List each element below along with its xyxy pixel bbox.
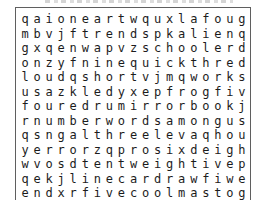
grid-cell-r7c12[interactable]: r [152, 99, 164, 114]
grid-cell-r7c10[interactable]: i [127, 99, 139, 114]
grid-cell-r9c2[interactable]: s [31, 128, 43, 143]
grid-cell-r11c1[interactable]: w [19, 157, 31, 172]
grid-cell-r9c11[interactable]: e [140, 128, 152, 143]
grid-cell-r8c19[interactable]: s [236, 114, 248, 129]
grid-cell-r8c5[interactable]: b [67, 114, 79, 129]
grid-cell-r8c8[interactable]: w [103, 114, 115, 129]
grid-cell-r6c8[interactable]: d [103, 85, 115, 100]
grid-cell-r11c18[interactable]: e [224, 157, 236, 172]
grid-cell-r1c10[interactable]: w [127, 12, 139, 27]
grid-cell-r11c16[interactable]: i [200, 157, 212, 172]
grid-cell-r7c6[interactable]: d [79, 99, 91, 114]
grid-cell-r5c13[interactable]: m [164, 70, 176, 85]
grid-cell-r3c16[interactable]: l [200, 41, 212, 56]
grid-cell-r12c16[interactable]: f [200, 172, 212, 187]
grid-cell-r9c18[interactable]: o [224, 128, 236, 143]
grid-cell-r10c19[interactable]: h [236, 143, 248, 158]
grid-cell-r13c6[interactable]: f [79, 186, 91, 200]
grid-cell-r11c9[interactable]: t [115, 157, 127, 172]
grid-cell-r3c9[interactable]: v [115, 41, 127, 56]
grid-cell-r10c14[interactable]: x [176, 143, 188, 158]
grid-cell-r7c19[interactable]: j [236, 99, 248, 114]
grid-cell-r11c12[interactable]: i [152, 157, 164, 172]
grid-cell-r3c17[interactable]: e [212, 41, 224, 56]
grid-cell-r5c9[interactable]: r [115, 70, 127, 85]
grid-cell-r5c3[interactable]: u [43, 70, 55, 85]
grid-cell-r11c17[interactable]: v [212, 157, 224, 172]
grid-cell-r12c10[interactable]: a [127, 172, 139, 187]
grid-cell-r7c14[interactable]: r [176, 99, 188, 114]
grid-cell-r1c17[interactable]: o [212, 12, 224, 27]
grid-cell-r1c8[interactable]: r [103, 12, 115, 27]
grid-cell-r7c18[interactable]: k [224, 99, 236, 114]
grid-cell-r11c14[interactable]: h [176, 157, 188, 172]
grid-cell-r9c6[interactable]: l [79, 128, 91, 143]
grid-cell-r13c4[interactable]: x [55, 186, 67, 200]
grid-cell-r13c5[interactable]: r [67, 186, 79, 200]
grid-cell-r5c2[interactable]: o [31, 70, 43, 85]
grid-cell-r1c4[interactable]: o [55, 12, 67, 27]
grid-cell-r13c7[interactable]: i [91, 186, 103, 200]
grid-cell-r12c19[interactable]: e [236, 172, 248, 187]
grid-cell-r4c15[interactable]: t [188, 56, 200, 71]
grid-cell-r5c7[interactable]: h [91, 70, 103, 85]
grid-cell-r13c16[interactable]: s [200, 186, 212, 200]
grid-cell-r9c5[interactable]: a [67, 128, 79, 143]
grid-cell-r3c6[interactable]: w [79, 41, 91, 56]
grid-cell-r6c17[interactable]: f [212, 85, 224, 100]
grid-cell-r8c2[interactable]: n [31, 114, 43, 129]
grid-cell-r10c18[interactable]: g [224, 143, 236, 158]
grid-cell-r10c3[interactable]: r [43, 143, 55, 158]
grid-cell-r11c7[interactable]: e [91, 157, 103, 172]
grid-cell-r6c3[interactable]: a [43, 85, 55, 100]
grid-cell-r13c11[interactable]: o [140, 186, 152, 200]
grid-cell-r6c19[interactable]: v [236, 85, 248, 100]
grid-cell-r5c6[interactable]: s [79, 70, 91, 85]
grid-cell-r5c11[interactable]: v [140, 70, 152, 85]
grid-cell-r9c19[interactable]: u [236, 128, 248, 143]
grid-cell-r3c12[interactable]: c [152, 41, 164, 56]
grid-cell-r13c3[interactable]: d [43, 186, 55, 200]
grid-cell-r3c19[interactable]: d [236, 41, 248, 56]
grid-cell-r6c6[interactable]: l [79, 85, 91, 100]
grid-cell-r8c1[interactable]: r [19, 114, 31, 129]
grid-cell-r10c7[interactable]: z [91, 143, 103, 158]
grid-cell-r12c5[interactable]: l [67, 172, 79, 187]
grid-cell-r13c2[interactable]: n [31, 186, 43, 200]
grid-cell-r12c1[interactable]: q [19, 172, 31, 187]
grid-cell-r2c18[interactable]: n [224, 27, 236, 42]
grid-cell-r1c13[interactable]: x [164, 12, 176, 27]
grid-cell-r9c9[interactable]: r [115, 128, 127, 143]
grid-cell-r1c1[interactable]: q [19, 12, 31, 27]
grid-cell-r10c16[interactable]: e [200, 143, 212, 158]
grid-cell-r10c12[interactable]: s [152, 143, 164, 158]
grid-cell-r13c14[interactable]: m [176, 186, 188, 200]
grid-cell-r8c17[interactable]: g [212, 114, 224, 129]
grid-cell-r12c4[interactable]: j [55, 172, 67, 187]
grid-cell-r13c12[interactable]: o [152, 186, 164, 200]
grid-cell-r3c4[interactable]: e [55, 41, 67, 56]
grid-cell-r1c9[interactable]: t [115, 12, 127, 27]
grid-cell-r6c13[interactable]: f [164, 85, 176, 100]
grid-cell-r12c15[interactable]: w [188, 172, 200, 187]
grid-cell-r7c16[interactable]: o [200, 99, 212, 114]
grid-cell-r7c3[interactable]: u [43, 99, 55, 114]
grid-cell-r12c17[interactable]: i [212, 172, 224, 187]
grid-cell-r10c6[interactable]: r [79, 143, 91, 158]
grid-cell-r9c12[interactable]: l [152, 128, 164, 143]
grid-cell-r1c14[interactable]: l [176, 12, 188, 27]
grid-cell-r9c16[interactable]: q [200, 128, 212, 143]
grid-cell-r3c7[interactable]: a [91, 41, 103, 56]
grid-cell-r4c1[interactable]: o [19, 56, 31, 71]
grid-cell-r12c7[interactable]: n [91, 172, 103, 187]
grid-cell-r11c10[interactable]: w [127, 157, 139, 172]
letter-grid: qaioneartwquxlafougmbvjftrendspkalienqgx… [16, 8, 250, 200]
grid-cell-r4c4[interactable]: y [55, 56, 67, 71]
grid-cell-r10c15[interactable]: d [188, 143, 200, 158]
grid-cell-r5c10[interactable]: t [127, 70, 139, 85]
grid-cell-r11c5[interactable]: d [67, 157, 79, 172]
grid-cell-r12c18[interactable]: w [224, 172, 236, 187]
grid-cell-r2c8[interactable]: e [103, 27, 115, 42]
grid-cell-r9c3[interactable]: n [43, 128, 55, 143]
grid-cell-r6c16[interactable]: g [200, 85, 212, 100]
grid-cell-r12c12[interactable]: d [152, 172, 164, 187]
cropped-text-strip [45, 0, 233, 3]
grid-cell-r13c13[interactable]: l [164, 186, 176, 200]
grid-cell-r6c4[interactable]: z [55, 85, 67, 100]
grid-cell-r13c18[interactable]: o [224, 186, 236, 200]
grid-cell-r4c7[interactable]: i [91, 56, 103, 71]
grid-cell-r12c13[interactable]: r [164, 172, 176, 187]
grid-cell-r11c19[interactable]: p [236, 157, 248, 172]
grid-cell-r3c8[interactable]: p [103, 41, 115, 56]
grid-cell-r10c1[interactable]: y [19, 143, 31, 158]
grid-cell-r5c5[interactable]: q [67, 70, 79, 85]
grid-cell-r1c7[interactable]: a [91, 12, 103, 27]
grid-cell-r11c15[interactable]: t [188, 157, 200, 172]
grid-cell-r4c6[interactable]: n [79, 56, 91, 71]
grid-cell-r5c15[interactable]: w [188, 70, 200, 85]
grid-cell-r4c9[interactable]: e [115, 56, 127, 71]
grid-cell-r7c5[interactable]: e [67, 99, 79, 114]
grid-cell-r7c7[interactable]: r [91, 99, 103, 114]
grid-cell-r9c13[interactable]: e [164, 128, 176, 143]
grid-cell-r2c13[interactable]: k [164, 27, 176, 42]
grid-cell-r12c14[interactable]: a [176, 172, 188, 187]
grid-cell-r9c14[interactable]: v [176, 128, 188, 143]
grid-cell-r10c10[interactable]: r [127, 143, 139, 158]
grid-cell-r3c11[interactable]: s [140, 41, 152, 56]
grid-cell-r2c3[interactable]: v [43, 27, 55, 42]
grid-cell-r2c7[interactable]: r [91, 27, 103, 42]
grid-cell-r13c10[interactable]: c [127, 186, 139, 200]
grid-cell-r12c6[interactable]: i [79, 172, 91, 187]
grid-cell-r13c15[interactable]: a [188, 186, 200, 200]
grid-cell-r12c11[interactable]: r [140, 172, 152, 187]
grid-cell-r1c11[interactable]: q [140, 12, 152, 27]
grid-cell-r9c1[interactable]: q [19, 128, 31, 143]
grid-cell-r1c19[interactable]: g [236, 12, 248, 27]
grid-cell-r2c1[interactable]: m [19, 27, 31, 42]
grid-cell-r7c1[interactable]: f [19, 99, 31, 114]
grid-cell-r10c11[interactable]: o [140, 143, 152, 158]
grid-cell-r8c12[interactable]: s [152, 114, 164, 129]
grid-cell-r8c4[interactable]: m [55, 114, 67, 129]
grid-cell-r6c14[interactable]: r [176, 85, 188, 100]
grid-cell-r5c14[interactable]: q [176, 70, 188, 85]
grid-cell-r8c11[interactable]: d [140, 114, 152, 129]
grid-cell-r2c11[interactable]: s [140, 27, 152, 42]
grid-cell-r7c9[interactable]: m [115, 99, 127, 114]
grid-cell-r8c6[interactable]: e [79, 114, 91, 129]
grid-cell-r6c5[interactable]: k [67, 85, 79, 100]
word-search-board: qaioneartwquxlafougmbvjftrendspkalienqgx… [15, 7, 251, 200]
grid-cell-r2c17[interactable]: e [212, 27, 224, 42]
grid-cell-r2c10[interactable]: d [127, 27, 139, 42]
grid-cell-r13c17[interactable]: t [212, 186, 224, 200]
grid-cell-r7c13[interactable]: o [164, 99, 176, 114]
grid-cell-r7c17[interactable]: o [212, 99, 224, 114]
grid-cell-r9c15[interactable]: a [188, 128, 200, 143]
grid-cell-r4c18[interactable]: e [224, 56, 236, 71]
grid-cell-r5c1[interactable]: l [19, 70, 31, 85]
grid-cell-r3c1[interactable]: g [19, 41, 31, 56]
grid-cell-r1c15[interactable]: a [188, 12, 200, 27]
grid-cell-r8c13[interactable]: a [164, 114, 176, 129]
grid-cell-r12c3[interactable]: k [43, 172, 55, 187]
grid-cell-r2c14[interactable]: a [176, 27, 188, 42]
grid-cell-r5c17[interactable]: r [212, 70, 224, 85]
grid-cell-r11c2[interactable]: v [31, 157, 43, 172]
grid-cell-r6c10[interactable]: x [127, 85, 139, 100]
grid-cell-r2c2[interactable]: b [31, 27, 43, 42]
grid-cell-r6c12[interactable]: p [152, 85, 164, 100]
grid-cell-r1c5[interactable]: n [67, 12, 79, 27]
grid-cell-r8c18[interactable]: u [224, 114, 236, 129]
grid-cell-r11c3[interactable]: o [43, 157, 55, 172]
grid-cell-r3c10[interactable]: z [127, 41, 139, 56]
grid-cell-r4c14[interactable]: k [176, 56, 188, 71]
grid-cell-r4c3[interactable]: z [43, 56, 55, 71]
grid-cell-r4c12[interactable]: i [152, 56, 164, 71]
grid-cell-r1c12[interactable]: u [152, 12, 164, 27]
grid-cell-r11c13[interactable]: g [164, 157, 176, 172]
grid-cell-r3c3[interactable]: q [43, 41, 55, 56]
grid-cell-r6c18[interactable]: i [224, 85, 236, 100]
grid-cell-r13c8[interactable]: v [103, 186, 115, 200]
grid-cell-r6c1[interactable]: u [19, 85, 31, 100]
grid-cell-r13c9[interactable]: e [115, 186, 127, 200]
grid-cell-r4c17[interactable]: r [212, 56, 224, 71]
grid-cell-r1c3[interactable]: i [43, 12, 55, 27]
grid-cell-r10c2[interactable]: e [31, 143, 43, 158]
grid-cell-r8c3[interactable]: u [43, 114, 55, 129]
grid-cell-r5c19[interactable]: s [236, 70, 248, 85]
grid-cell-r11c4[interactable]: s [55, 157, 67, 172]
grid-cell-r2c16[interactable]: i [200, 27, 212, 42]
grid-cell-r7c8[interactable]: u [103, 99, 115, 114]
grid-cell-r10c5[interactable]: o [67, 143, 79, 158]
grid-cell-r1c2[interactable]: a [31, 12, 43, 27]
grid-cell-r4c8[interactable]: n [103, 56, 115, 71]
grid-cell-r9c10[interactable]: e [127, 128, 139, 143]
grid-cell-r2c19[interactable]: q [236, 27, 248, 42]
grid-cell-r8c7[interactable]: r [91, 114, 103, 129]
grid-cell-r12c2[interactable]: e [31, 172, 43, 187]
grid-cell-r10c9[interactable]: p [115, 143, 127, 158]
grid-cell-r5c12[interactable]: j [152, 70, 164, 85]
grid-cell-r1c6[interactable]: e [79, 12, 91, 27]
grid-cell-r9c7[interactable]: t [91, 128, 103, 143]
grid-cell-r3c2[interactable]: x [31, 41, 43, 56]
grid-cell-r5c16[interactable]: o [200, 70, 212, 85]
grid-cell-r11c11[interactable]: e [140, 157, 152, 172]
grid-cell-r2c5[interactable]: f [67, 27, 79, 42]
grid-cell-r2c4[interactable]: j [55, 27, 67, 42]
grid-cell-r10c17[interactable]: i [212, 143, 224, 158]
grid-cell-r2c15[interactable]: l [188, 27, 200, 42]
grid-cell-r2c9[interactable]: n [115, 27, 127, 42]
grid-cell-r7c15[interactable]: b [188, 99, 200, 114]
grid-cell-r12c9[interactable]: c [115, 172, 127, 187]
grid-cell-r1c18[interactable]: u [224, 12, 236, 27]
grid-cell-r8c14[interactable]: m [176, 114, 188, 129]
grid-cell-r3c18[interactable]: r [224, 41, 236, 56]
grid-cell-r11c6[interactable]: t [79, 157, 91, 172]
grid-cell-r9c17[interactable]: h [212, 128, 224, 143]
grid-cell-r4c16[interactable]: h [200, 56, 212, 71]
grid-cell-r6c2[interactable]: s [31, 85, 43, 100]
grid-cell-r6c7[interactable]: e [91, 85, 103, 100]
grid-cell-r9c8[interactable]: h [103, 128, 115, 143]
grid-cell-r4c11[interactable]: u [140, 56, 152, 71]
grid-cell-r8c16[interactable]: n [200, 114, 212, 129]
grid-cell-r2c12[interactable]: p [152, 27, 164, 42]
grid-cell-r4c5[interactable]: f [67, 56, 79, 71]
grid-cell-r5c18[interactable]: k [224, 70, 236, 85]
grid-cell-r13c1[interactable]: e [19, 186, 31, 200]
grid-cell-r1c16[interactable]: f [200, 12, 212, 27]
grid-cell-r4c13[interactable]: c [164, 56, 176, 71]
grid-cell-r10c4[interactable]: r [55, 143, 67, 158]
grid-cell-r3c14[interactable]: o [176, 41, 188, 56]
grid-cell-r9c4[interactable]: g [55, 128, 67, 143]
grid-cell-r8c10[interactable]: r [127, 114, 139, 129]
grid-cell-r3c15[interactable]: o [188, 41, 200, 56]
grid-cell-r7c11[interactable]: r [140, 99, 152, 114]
grid-cell-r3c5[interactable]: n [67, 41, 79, 56]
grid-cell-r5c4[interactable]: d [55, 70, 67, 85]
grid-cell-r12c8[interactable]: e [103, 172, 115, 187]
grid-cell-r3c13[interactable]: h [164, 41, 176, 56]
grid-cell-r7c4[interactable]: r [55, 99, 67, 114]
grid-cell-r5c8[interactable]: o [103, 70, 115, 85]
grid-cell-r4c10[interactable]: q [127, 56, 139, 71]
grid-cell-r2c6[interactable]: t [79, 27, 91, 42]
grid-cell-r4c2[interactable]: n [31, 56, 43, 71]
grid-cell-r11c8[interactable]: n [103, 157, 115, 172]
grid-cell-r6c15[interactable]: o [188, 85, 200, 100]
grid-cell-r4c19[interactable]: d [236, 56, 248, 71]
grid-cell-r8c9[interactable]: o [115, 114, 127, 129]
grid-cell-r8c15[interactable]: o [188, 114, 200, 129]
grid-cell-r6c9[interactable]: y [115, 85, 127, 100]
grid-cell-r10c8[interactable]: q [103, 143, 115, 158]
grid-cell-r10c13[interactable]: i [164, 143, 176, 158]
grid-cell-r13c19[interactable]: g [236, 186, 248, 200]
grid-cell-r7c2[interactable]: o [31, 99, 43, 114]
grid-cell-r6c11[interactable]: e [140, 85, 152, 100]
